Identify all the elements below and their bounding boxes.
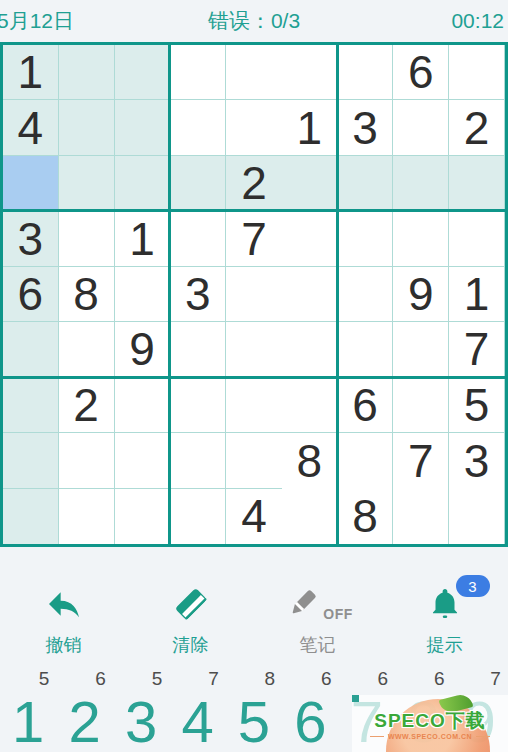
cell-r8c1[interactable] [3,433,59,488]
cell-r4c5[interactable]: 7 [226,211,282,266]
cell-r3c8[interactable] [393,156,449,211]
cell-r3c4[interactable] [170,156,226,211]
cell-r1c3[interactable] [115,45,171,100]
eraser-icon [170,584,212,624]
numpad-digit-2: 2 [56,693,112,751]
cell-r8c3[interactable] [115,433,171,488]
cell-r1c1[interactable]: 1 [3,45,59,100]
cell-r5c4[interactable]: 3 [170,267,226,322]
cell-r9c4[interactable] [170,489,226,544]
cell-r9c7[interactable]: 8 [338,489,394,544]
cell-r5c3[interactable] [115,267,171,322]
pencil-icon [282,584,322,624]
cell-r8c4[interactable] [170,433,226,488]
cell-r6c6[interactable] [282,322,338,377]
cell-r8c2[interactable] [59,433,115,488]
erase-button[interactable]: 清除 [127,582,254,660]
cell-r5c8[interactable]: 9 [393,267,449,322]
cell-r4c7[interactable] [338,211,394,266]
cell-r9c9[interactable] [449,489,505,544]
watermark-dash-right [476,736,490,737]
timer: 00:12 [451,9,504,33]
cell-r2c1[interactable]: 4 [3,100,59,155]
cell-r5c6[interactable] [282,267,338,322]
cell-r7c9[interactable]: 5 [449,378,505,433]
remaining-count-4: 7 [208,668,219,690]
undo-label: 撤销 [46,633,82,657]
numpad-digit-4: 4 [169,693,225,751]
cell-r9c5[interactable]: 4 [226,489,282,544]
remaining-count-8: 6 [434,668,445,690]
cell-r3c5[interactable]: 2 [226,156,282,211]
watermark-dash-left [370,736,384,737]
sudoku-app: 5月12日 错误：0/3 00:12 164132231768391972658… [0,0,508,752]
remaining-count-9: 7 [490,668,501,690]
cell-r1c7[interactable] [338,45,394,100]
cell-r8c5[interactable] [226,433,282,488]
undo-button[interactable]: 撤销 [0,582,127,660]
cell-r2c9[interactable]: 2 [449,100,505,155]
cell-r8c9[interactable]: 3 [449,433,505,488]
cell-r7c6[interactable] [282,378,338,433]
cell-r3c6[interactable] [282,156,338,211]
numpad-key-3[interactable]: 53 [113,663,169,752]
notes-label: 笔记 [300,633,336,657]
cell-r1c2[interactable] [59,45,115,100]
cell-r6c3[interactable]: 9 [115,322,171,377]
cell-r3c7[interactable] [338,156,394,211]
cell-r3c9[interactable] [449,156,505,211]
cell-r6c4[interactable] [170,322,226,377]
cell-r4c8[interactable] [393,211,449,266]
remaining-count-7: 6 [377,668,388,690]
cell-r9c6[interactable] [282,489,338,544]
cell-r3c2[interactable] [59,156,115,211]
cell-r5c1[interactable]: 6 [3,267,59,322]
cell-r2c2[interactable] [59,100,115,155]
cell-r6c7[interactable] [338,322,394,377]
watermark: SPECO下载 WWW.SPECO.COM.CN [352,695,508,752]
remaining-count-2: 6 [95,668,106,690]
notes-button[interactable]: OFF 笔记 [254,582,381,660]
cell-r7c5[interactable] [226,378,282,433]
cell-r7c8[interactable] [393,378,449,433]
numpad-digit-5: 5 [226,693,282,751]
undo-arrow-icon [44,584,84,624]
cell-r7c1[interactable] [3,378,59,433]
watermark-url-text: WWW.SPECO.COM.CN [388,733,472,740]
numpad-key-2[interactable]: 62 [56,663,112,752]
cell-r4c1[interactable]: 3 [3,211,59,266]
date-label: 5月12日 [0,7,74,35]
cell-r9c2[interactable] [59,489,115,544]
cell-r6c5[interactable] [226,322,282,377]
cell-r1c5[interactable] [226,45,282,100]
numpad-key-1[interactable]: 51 [0,663,56,752]
cell-r7c2[interactable]: 2 [59,378,115,433]
cell-r6c8[interactable] [393,322,449,377]
cell-r8c7[interactable] [338,433,394,488]
cell-r5c5[interactable] [226,267,282,322]
hint-button[interactable]: 3 提示 [381,582,508,660]
cell-r7c3[interactable] [115,378,171,433]
cell-r4c9[interactable] [449,211,505,266]
numpad-key-5[interactable]: 85 [226,663,282,752]
cell-r9c1[interactable] [3,489,59,544]
sudoku-board: 1641322317683919726587348 [0,42,508,547]
remaining-count-5: 8 [265,668,276,690]
remaining-count-1: 5 [39,668,50,690]
cell-r4c3[interactable]: 1 [115,211,171,266]
numpad-digit-1: 1 [0,693,56,751]
notes-state-off: OFF [323,606,353,622]
cell-r4c2[interactable] [59,211,115,266]
cell-r1c4[interactable] [170,45,226,100]
cell-r2c4[interactable] [170,100,226,155]
watermark-corner-mark [352,695,359,702]
cell-r8c8[interactable]: 7 [393,433,449,488]
top-bar: 5月12日 错误：0/3 00:12 [0,0,508,42]
watermark-url: WWW.SPECO.COM.CN [352,733,508,740]
cell-r9c3[interactable] [115,489,171,544]
cell-r4c6[interactable] [282,211,338,266]
cell-r6c9[interactable]: 7 [449,322,505,377]
cell-r3c3[interactable] [115,156,171,211]
cell-r2c7[interactable]: 3 [338,100,394,155]
errors-counter: 错误：0/3 [208,7,300,35]
cell-r7c4[interactable] [170,378,226,433]
cell-r4c4[interactable] [170,211,226,266]
cell-r6c2[interactable] [59,322,115,377]
remaining-count-3: 5 [152,668,163,690]
cell-r3c1[interactable] [3,156,59,211]
cell-r5c9[interactable]: 1 [449,267,505,322]
cell-r1c6[interactable] [282,45,338,100]
cell-r1c9[interactable] [449,45,505,100]
cell-r2c3[interactable] [115,100,171,155]
cell-r8c6[interactable]: 8 [282,433,338,488]
cell-r2c8[interactable] [393,100,449,155]
cell-r6c1[interactable] [3,322,59,377]
remaining-count-6: 6 [321,668,332,690]
cell-r1c8[interactable]: 6 [393,45,449,100]
hint-label: 提示 [427,633,463,657]
numpad-digit-3: 3 [113,693,169,751]
cell-r2c6[interactable]: 1 [282,100,338,155]
cell-r2c5[interactable] [226,100,282,155]
numpad-key-6[interactable]: 66 [282,663,338,752]
cell-r5c7[interactable] [338,267,394,322]
cell-r5c2[interactable]: 8 [59,267,115,322]
hint-count-badge: 3 [456,575,490,597]
erase-label: 清除 [173,633,209,657]
numpad-key-4[interactable]: 74 [169,663,225,752]
cell-r7c7[interactable]: 6 [338,378,394,433]
cell-r9c8[interactable] [393,489,449,544]
watermark-title: SPECO下载 [352,708,508,734]
toolbar: 撤销 清除 [0,582,508,660]
numpad-digit-6: 6 [282,693,338,751]
